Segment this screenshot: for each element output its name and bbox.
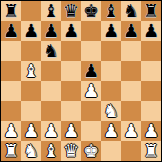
square-g6[interactable] [121,41,141,61]
square-e5[interactable]: ♟ [81,61,101,81]
square-h4[interactable] [141,81,161,101]
piece-black-knight[interactable]: ♞ [43,41,59,61]
square-d2[interactable]: ♟ [61,121,81,141]
piece-white-rook[interactable]: ♜ [143,141,159,161]
piece-black-pawn[interactable]: ♟ [43,21,59,41]
square-a6[interactable] [1,41,21,61]
piece-black-pawn[interactable]: ♟ [3,21,19,41]
square-h8[interactable]: ♜ [141,1,161,21]
square-b4[interactable] [21,81,41,101]
piece-white-pawn[interactable]: ♟ [143,121,159,141]
piece-black-pawn[interactable]: ♟ [83,61,99,81]
square-g7[interactable]: ♟ [121,21,141,41]
chess-board-frame: ♜♝♛♚♝♞♜♟♟♟♟♟♟♟♞♝♟♟♞♟♟♟♟♟♟♟♜♞♝♛♚♜ [0,0,162,162]
piece-black-knight[interactable]: ♞ [123,1,139,21]
square-b3[interactable] [21,101,41,121]
piece-black-pawn[interactable]: ♟ [23,21,39,41]
piece-white-rook[interactable]: ♜ [3,141,19,161]
square-d5[interactable] [61,61,81,81]
piece-black-king[interactable]: ♚ [83,1,99,21]
piece-white-pawn[interactable]: ♟ [3,121,19,141]
square-c3[interactable] [41,101,61,121]
piece-black-pawn[interactable]: ♟ [103,21,119,41]
square-e2[interactable] [81,121,101,141]
square-h2[interactable]: ♟ [141,121,161,141]
piece-black-pawn[interactable]: ♟ [63,21,79,41]
square-f5[interactable] [101,61,121,81]
square-g8[interactable]: ♞ [121,1,141,21]
square-a4[interactable] [1,81,21,101]
square-f8[interactable]: ♝ [101,1,121,21]
piece-white-bishop[interactable]: ♝ [43,141,59,161]
square-g3[interactable] [121,101,141,121]
square-a8[interactable]: ♜ [1,1,21,21]
square-c5[interactable] [41,61,61,81]
square-a1[interactable]: ♜ [1,141,21,161]
square-f6[interactable] [101,41,121,61]
piece-white-knight[interactable]: ♞ [103,101,119,121]
piece-white-king[interactable]: ♚ [83,141,99,161]
piece-white-bishop[interactable]: ♝ [23,61,39,81]
square-b8[interactable] [21,1,41,21]
piece-black-queen[interactable]: ♛ [63,1,79,21]
square-h5[interactable] [141,61,161,81]
piece-white-pawn[interactable]: ♟ [23,121,39,141]
square-e6[interactable] [81,41,101,61]
piece-white-pawn[interactable]: ♟ [83,81,99,101]
piece-white-queen[interactable]: ♛ [63,141,79,161]
piece-black-pawn[interactable]: ♟ [123,21,139,41]
square-c6[interactable]: ♞ [41,41,61,61]
square-b5[interactable]: ♝ [21,61,41,81]
square-a7[interactable]: ♟ [1,21,21,41]
square-f4[interactable] [101,81,121,101]
piece-white-pawn[interactable]: ♟ [43,121,59,141]
square-g4[interactable] [121,81,141,101]
square-b6[interactable] [21,41,41,61]
square-g5[interactable] [121,61,141,81]
square-h1[interactable]: ♜ [141,141,161,161]
piece-black-pawn[interactable]: ♟ [143,21,159,41]
piece-black-rook[interactable]: ♜ [143,1,159,21]
square-e1[interactable]: ♚ [81,141,101,161]
piece-black-bishop[interactable]: ♝ [43,1,59,21]
square-b7[interactable]: ♟ [21,21,41,41]
square-g2[interactable]: ♟ [121,121,141,141]
square-c4[interactable] [41,81,61,101]
square-f1[interactable] [101,141,121,161]
square-c1[interactable]: ♝ [41,141,61,161]
chess-board: ♜♝♛♚♝♞♜♟♟♟♟♟♟♟♞♝♟♟♞♟♟♟♟♟♟♟♜♞♝♛♚♜ [1,1,161,161]
square-b1[interactable]: ♞ [21,141,41,161]
square-d8[interactable]: ♛ [61,1,81,21]
square-d4[interactable] [61,81,81,101]
square-b2[interactable]: ♟ [21,121,41,141]
square-e7[interactable] [81,21,101,41]
square-a5[interactable] [1,61,21,81]
square-f7[interactable]: ♟ [101,21,121,41]
piece-black-bishop[interactable]: ♝ [103,1,119,21]
square-e4[interactable]: ♟ [81,81,101,101]
square-h7[interactable]: ♟ [141,21,161,41]
square-c8[interactable]: ♝ [41,1,61,21]
square-c7[interactable]: ♟ [41,21,61,41]
square-d7[interactable]: ♟ [61,21,81,41]
square-e8[interactable]: ♚ [81,1,101,21]
square-f3[interactable]: ♞ [101,101,121,121]
piece-white-pawn[interactable]: ♟ [103,121,119,141]
piece-black-rook[interactable]: ♜ [3,1,19,21]
square-c2[interactable]: ♟ [41,121,61,141]
piece-white-knight[interactable]: ♞ [23,141,39,161]
square-d6[interactable] [61,41,81,61]
piece-white-pawn[interactable]: ♟ [63,121,79,141]
square-d1[interactable]: ♛ [61,141,81,161]
square-d3[interactable] [61,101,81,121]
piece-white-pawn[interactable]: ♟ [123,121,139,141]
square-h3[interactable] [141,101,161,121]
square-a2[interactable]: ♟ [1,121,21,141]
square-f2[interactable]: ♟ [101,121,121,141]
square-a3[interactable] [1,101,21,121]
square-h6[interactable] [141,41,161,61]
square-g1[interactable] [121,141,141,161]
square-e3[interactable] [81,101,101,121]
